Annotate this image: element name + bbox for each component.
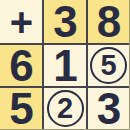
cell-value: 5 [9,88,32,129]
grid-cell-r2c2: 3 [88,88,129,129]
grid-cell-r1c2[interactable]: 5 [88,45,129,86]
answer-circle: 5 [90,47,127,84]
cell-value: 2 [57,94,73,123]
grid-cell-r0c1: 3 [44,0,86,43]
cell-value: 3 [53,0,76,43]
answer-circle: 2 [47,90,84,127]
grid-cell-r1c1: 1 [44,45,86,86]
grid-cell-r2c0: 5 [0,88,42,129]
puzzle-grid: +38615523 [0,0,130,130]
grid-cell-r0c0: + [0,0,42,43]
cell-value: 8 [97,0,120,43]
cell-value: 6 [9,45,32,86]
operator-symbol: + [10,2,32,42]
cell-value: 5 [100,51,116,80]
grid-cell-r1c0: 6 [0,45,42,86]
cell-value: 1 [53,45,76,86]
grid-cell-r0c2: 8 [88,0,129,43]
grid-cell-r2c1[interactable]: 2 [44,88,86,129]
cell-value: 3 [97,88,120,129]
